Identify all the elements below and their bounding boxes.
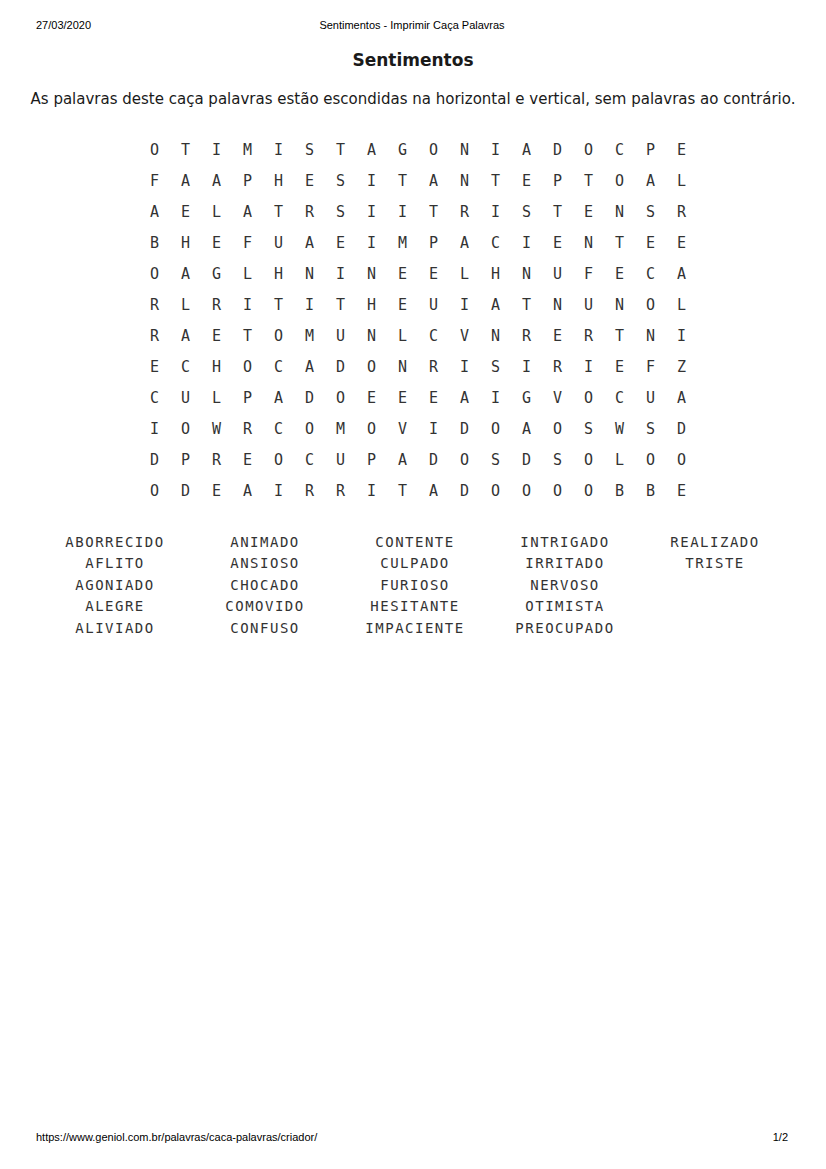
grid-cell-r9c17: U bbox=[635, 382, 666, 413]
word-list-item: CHOCADO bbox=[190, 575, 340, 596]
grid-cell-r5c15: F bbox=[573, 258, 604, 289]
word-list-item: ALEGRE bbox=[40, 596, 190, 617]
grid-cell-r3c15: E bbox=[573, 196, 604, 227]
grid-cell-r1c8: A bbox=[356, 134, 387, 165]
grid-cell-r1c6: S bbox=[294, 134, 325, 165]
grid-cell-r6c13: T bbox=[511, 289, 542, 320]
puzzle-instructions: As palavras deste caça palavras estão es… bbox=[0, 90, 826, 108]
grid-cell-r6c1: R bbox=[139, 289, 170, 320]
grid-cell-r12c7: R bbox=[325, 475, 356, 506]
grid-cell-r10c14: O bbox=[542, 413, 573, 444]
grid-cell-r1c2: T bbox=[170, 134, 201, 165]
grid-cell-r10c10: I bbox=[418, 413, 449, 444]
grid-cell-r10c9: V bbox=[387, 413, 418, 444]
grid-cell-r8c14: R bbox=[542, 351, 573, 382]
word-list-item: CONTENTE bbox=[340, 532, 490, 553]
grid-cell-r8c5: C bbox=[263, 351, 294, 382]
grid-cell-r12c10: A bbox=[418, 475, 449, 506]
grid-cell-r8c1: E bbox=[139, 351, 170, 382]
grid-cell-r3c4: A bbox=[232, 196, 263, 227]
grid-cell-r2c7: S bbox=[325, 165, 356, 196]
grid-cell-r2c1: F bbox=[139, 165, 170, 196]
grid-cell-r11c7: U bbox=[325, 444, 356, 475]
grid-cell-r3c7: S bbox=[325, 196, 356, 227]
grid-cell-r5c5: H bbox=[263, 258, 294, 289]
puzzle-title: Sentimentos bbox=[0, 50, 826, 70]
grid-cell-r12c18: E bbox=[666, 475, 697, 506]
grid-cell-r11c8: P bbox=[356, 444, 387, 475]
grid-cell-r10c13: A bbox=[511, 413, 542, 444]
grid-cell-r4c5: U bbox=[263, 227, 294, 258]
word-list-item: PREOCUPADO bbox=[490, 618, 640, 639]
grid-cell-r4c9: M bbox=[387, 227, 418, 258]
grid-cell-r4c7: E bbox=[325, 227, 356, 258]
grid-cell-r2c11: N bbox=[449, 165, 480, 196]
grid-cell-r5c17: C bbox=[635, 258, 666, 289]
grid-cell-r8c12: S bbox=[480, 351, 511, 382]
word-list-item: ALIVIADO bbox=[40, 618, 190, 639]
grid-cell-r2c16: O bbox=[604, 165, 635, 196]
grid-cell-r10c8: O bbox=[356, 413, 387, 444]
grid-cell-r6c12: A bbox=[480, 289, 511, 320]
grid-cell-r2c5: H bbox=[263, 165, 294, 196]
grid-cell-r1c12: I bbox=[480, 134, 511, 165]
grid-cell-r1c5: I bbox=[263, 134, 294, 165]
grid-cell-r4c17: E bbox=[635, 227, 666, 258]
grid-cell-r2c6: E bbox=[294, 165, 325, 196]
grid-cell-r11c11: O bbox=[449, 444, 480, 475]
grid-cell-r11c6: C bbox=[294, 444, 325, 475]
grid-cell-r10c3: W bbox=[201, 413, 232, 444]
grid-cell-r6c17: O bbox=[635, 289, 666, 320]
grid-cell-r9c15: O bbox=[573, 382, 604, 413]
grid-cell-r1c3: I bbox=[201, 134, 232, 165]
grid-cell-r12c12: O bbox=[480, 475, 511, 506]
grid-cell-r2c3: A bbox=[201, 165, 232, 196]
grid-cell-r7c9: L bbox=[387, 320, 418, 351]
grid-cell-r11c3: R bbox=[201, 444, 232, 475]
grid-cell-r11c17: O bbox=[635, 444, 666, 475]
grid-cell-r11c13: D bbox=[511, 444, 542, 475]
grid-cell-r11c10: D bbox=[418, 444, 449, 475]
grid-cell-r8c11: I bbox=[449, 351, 480, 382]
grid-cell-r5c6: N bbox=[294, 258, 325, 289]
grid-cell-r5c10: E bbox=[418, 258, 449, 289]
word-list-item: CULPADO bbox=[340, 553, 490, 574]
grid-cell-r7c12: N bbox=[480, 320, 511, 351]
grid-cell-r9c12: I bbox=[480, 382, 511, 413]
grid-cell-r10c4: R bbox=[232, 413, 263, 444]
grid-cell-r4c14: E bbox=[542, 227, 573, 258]
grid-cell-r12c1: O bbox=[139, 475, 170, 506]
grid-cell-r3c6: R bbox=[294, 196, 325, 227]
grid-cell-r3c1: A bbox=[139, 196, 170, 227]
word-list-item: AFLITO bbox=[40, 553, 190, 574]
grid-cell-r7c4: T bbox=[232, 320, 263, 351]
grid-cell-r4c4: F bbox=[232, 227, 263, 258]
grid-cell-r6c4: I bbox=[232, 289, 263, 320]
grid-cell-r11c4: E bbox=[232, 444, 263, 475]
grid-cell-r10c15: S bbox=[573, 413, 604, 444]
grid-cell-r12c8: I bbox=[356, 475, 387, 506]
grid-cell-r11c5: O bbox=[263, 444, 294, 475]
grid-cell-r11c14: S bbox=[542, 444, 573, 475]
grid-cell-r2c14: P bbox=[542, 165, 573, 196]
grid-cell-r1c15: O bbox=[573, 134, 604, 165]
grid-cell-r10c17: S bbox=[635, 413, 666, 444]
grid-cell-r10c7: M bbox=[325, 413, 356, 444]
grid-cell-r11c18: O bbox=[666, 444, 697, 475]
grid-cell-r4c16: T bbox=[604, 227, 635, 258]
grid-cell-r12c17: B bbox=[635, 475, 666, 506]
grid-cell-r3c3: L bbox=[201, 196, 232, 227]
grid-cell-r8c10: R bbox=[418, 351, 449, 382]
grid-cell-r10c12: O bbox=[480, 413, 511, 444]
grid-cell-r1c4: M bbox=[232, 134, 263, 165]
grid-cell-r6c6: I bbox=[294, 289, 325, 320]
grid-cell-r3c14: T bbox=[542, 196, 573, 227]
word-list-column-2: ANIMADOANSIOSOCHOCADOCOMOVIDOCONFUSO bbox=[190, 532, 340, 639]
grid-cell-r6c16: N bbox=[604, 289, 635, 320]
grid-cell-r9c1: C bbox=[139, 382, 170, 413]
grid-cell-r9c3: L bbox=[201, 382, 232, 413]
word-list-item: COMOVIDO bbox=[190, 596, 340, 617]
word-list-column-3: CONTENTECULPADOFURIOSOHESITANTEIMPACIENT… bbox=[340, 532, 490, 639]
grid-cell-r4c11: A bbox=[449, 227, 480, 258]
grid-cell-r3c18: R bbox=[666, 196, 697, 227]
grid-cell-r3c10: T bbox=[418, 196, 449, 227]
word-list-column-4: INTRIGADOIRRITADONERVOSOOTIMISTAPREOCUPA… bbox=[490, 532, 640, 639]
grid-cell-r9c2: U bbox=[170, 382, 201, 413]
grid-cell-r8c9: N bbox=[387, 351, 418, 382]
grid-cell-r2c15: T bbox=[573, 165, 604, 196]
word-list-item: OTIMISTA bbox=[490, 596, 640, 617]
grid-cell-r3c11: R bbox=[449, 196, 480, 227]
word-list-item: REALIZADO bbox=[640, 532, 790, 553]
grid-cell-r10c16: W bbox=[604, 413, 635, 444]
grid-cell-r6c3: R bbox=[201, 289, 232, 320]
grid-cell-r6c11: I bbox=[449, 289, 480, 320]
grid-cell-r10c5: C bbox=[263, 413, 294, 444]
grid-cell-r1c18: E bbox=[666, 134, 697, 165]
grid-cell-r9c16: C bbox=[604, 382, 635, 413]
grid-cell-r7c2: A bbox=[170, 320, 201, 351]
grid-cell-r1c13: A bbox=[511, 134, 542, 165]
grid-cell-r2c4: P bbox=[232, 165, 263, 196]
grid-cell-r1c17: P bbox=[635, 134, 666, 165]
page-indicator: 1/2 bbox=[773, 1131, 788, 1145]
grid-cell-r6c10: U bbox=[418, 289, 449, 320]
grid-cell-r8c15: I bbox=[573, 351, 604, 382]
grid-cell-r8c3: H bbox=[201, 351, 232, 382]
grid-cell-r8c8: O bbox=[356, 351, 387, 382]
grid-cell-r6c18: L bbox=[666, 289, 697, 320]
grid-cell-r7c18: I bbox=[666, 320, 697, 351]
grid-cell-r5c3: G bbox=[201, 258, 232, 289]
grid-cell-r1c16: C bbox=[604, 134, 635, 165]
grid-cell-r3c5: T bbox=[263, 196, 294, 227]
grid-cell-r11c1: D bbox=[139, 444, 170, 475]
grid-cell-r5c2: A bbox=[170, 258, 201, 289]
grid-cell-r2c12: T bbox=[480, 165, 511, 196]
grid-cell-r6c8: H bbox=[356, 289, 387, 320]
grid-cell-r7c3: E bbox=[201, 320, 232, 351]
print-doc-title: Sentimentos - Imprimir Caça Palavras bbox=[36, 19, 788, 31]
grid-cell-r12c6: R bbox=[294, 475, 325, 506]
grid-cell-r8c13: I bbox=[511, 351, 542, 382]
grid-cell-r8c17: F bbox=[635, 351, 666, 382]
grid-cell-r10c1: I bbox=[139, 413, 170, 444]
word-list-item: ABORRECIDO bbox=[40, 532, 190, 553]
grid-cell-r5c9: E bbox=[387, 258, 418, 289]
grid-cell-r11c16: L bbox=[604, 444, 635, 475]
grid-cell-r8c4: O bbox=[232, 351, 263, 382]
grid-cell-r5c14: U bbox=[542, 258, 573, 289]
grid-cell-r9c5: A bbox=[263, 382, 294, 413]
grid-cell-r5c12: H bbox=[480, 258, 511, 289]
grid-cell-r7c10: C bbox=[418, 320, 449, 351]
grid-cell-r11c2: P bbox=[170, 444, 201, 475]
grid-cell-r8c7: D bbox=[325, 351, 356, 382]
grid-cell-r7c5: O bbox=[263, 320, 294, 351]
grid-cell-r11c15: O bbox=[573, 444, 604, 475]
grid-cell-r9c13: G bbox=[511, 382, 542, 413]
grid-cell-r4c8: I bbox=[356, 227, 387, 258]
grid-cell-r5c8: N bbox=[356, 258, 387, 289]
grid-cell-r2c9: T bbox=[387, 165, 418, 196]
word-list-item: INTRIGADO bbox=[490, 532, 640, 553]
word-list-item: FURIOSO bbox=[340, 575, 490, 596]
grid-cell-r6c2: L bbox=[170, 289, 201, 320]
grid-cell-r5c16: E bbox=[604, 258, 635, 289]
word-list-item: IMPACIENTE bbox=[340, 618, 490, 639]
word-list: ABORRECIDOAFLITOAGONIADOALEGREALIVIADOAN… bbox=[40, 532, 790, 639]
grid-cell-r10c11: D bbox=[449, 413, 480, 444]
grid-cell-r3c9: I bbox=[387, 196, 418, 227]
grid-cell-r2c13: E bbox=[511, 165, 542, 196]
grid-cell-r9c6: D bbox=[294, 382, 325, 413]
grid-cell-r6c7: T bbox=[325, 289, 356, 320]
grid-cell-r5c1: O bbox=[139, 258, 170, 289]
grid-cell-r7c14: E bbox=[542, 320, 573, 351]
grid-cell-r7c17: N bbox=[635, 320, 666, 351]
grid-cell-r2c10: A bbox=[418, 165, 449, 196]
grid-cell-r5c18: A bbox=[666, 258, 697, 289]
grid-cell-r8c18: Z bbox=[666, 351, 697, 382]
grid-cell-r12c3: E bbox=[201, 475, 232, 506]
grid-cell-r6c15: U bbox=[573, 289, 604, 320]
grid-cell-r3c8: I bbox=[356, 196, 387, 227]
grid-cell-r4c18: E bbox=[666, 227, 697, 258]
grid-cell-r9c8: E bbox=[356, 382, 387, 413]
grid-cell-r12c2: D bbox=[170, 475, 201, 506]
grid-cell-r4c15: N bbox=[573, 227, 604, 258]
grid-cell-r10c2: O bbox=[170, 413, 201, 444]
grid-cell-r4c12: C bbox=[480, 227, 511, 258]
grid-cell-r12c4: A bbox=[232, 475, 263, 506]
grid-cell-r9c7: O bbox=[325, 382, 356, 413]
grid-cell-r1c1: O bbox=[139, 134, 170, 165]
grid-cell-r4c10: P bbox=[418, 227, 449, 258]
grid-cell-r4c13: I bbox=[511, 227, 542, 258]
grid-cell-r12c16: B bbox=[604, 475, 635, 506]
grid-cell-r9c9: E bbox=[387, 382, 418, 413]
word-list-item: AGONIADO bbox=[40, 575, 190, 596]
grid-cell-r2c18: L bbox=[666, 165, 697, 196]
grid-cell-r3c12: I bbox=[480, 196, 511, 227]
grid-cell-r6c9: E bbox=[387, 289, 418, 320]
grid-cell-r3c2: E bbox=[170, 196, 201, 227]
grid-cell-r7c11: V bbox=[449, 320, 480, 351]
word-list-item: TRISTE bbox=[640, 553, 790, 574]
grid-cell-r4c2: H bbox=[170, 227, 201, 258]
grid-cell-r8c16: E bbox=[604, 351, 635, 382]
grid-cell-r5c4: L bbox=[232, 258, 263, 289]
grid-cell-r4c1: B bbox=[139, 227, 170, 258]
grid-cell-r1c7: T bbox=[325, 134, 356, 165]
grid-cell-r9c11: A bbox=[449, 382, 480, 413]
word-list-item: ANSIOSO bbox=[190, 553, 340, 574]
word-list-column-1: ABORRECIDOAFLITOAGONIADOALEGREALIVIADO bbox=[40, 532, 190, 639]
grid-cell-r10c6: O bbox=[294, 413, 325, 444]
grid-cell-r7c16: T bbox=[604, 320, 635, 351]
grid-cell-r12c14: O bbox=[542, 475, 573, 506]
grid-cell-r12c15: O bbox=[573, 475, 604, 506]
grid-cell-r3c13: S bbox=[511, 196, 542, 227]
grid-cell-r2c17: A bbox=[635, 165, 666, 196]
grid-cell-r7c7: U bbox=[325, 320, 356, 351]
word-list-item: IRRITADO bbox=[490, 553, 640, 574]
grid-cell-r5c7: I bbox=[325, 258, 356, 289]
source-url: https://www.geniol.com.br/palavras/caca-… bbox=[36, 1131, 317, 1145]
grid-cell-r7c13: R bbox=[511, 320, 542, 351]
grid-cell-r12c5: I bbox=[263, 475, 294, 506]
grid-cell-r7c15: R bbox=[573, 320, 604, 351]
grid-cell-r7c1: R bbox=[139, 320, 170, 351]
word-list-column-5: REALIZADOTRISTE bbox=[640, 532, 790, 575]
grid-cell-r1c10: O bbox=[418, 134, 449, 165]
grid-cell-r1c9: G bbox=[387, 134, 418, 165]
grid-cell-r9c14: V bbox=[542, 382, 573, 413]
word-list-item: ANIMADO bbox=[190, 532, 340, 553]
grid-cell-r7c6: M bbox=[294, 320, 325, 351]
grid-cell-r11c12: S bbox=[480, 444, 511, 475]
word-list-item: NERVOSO bbox=[490, 575, 640, 596]
grid-cell-r5c13: N bbox=[511, 258, 542, 289]
grid-cell-r3c16: N bbox=[604, 196, 635, 227]
grid-cell-r8c2: C bbox=[170, 351, 201, 382]
grid-cell-r7c8: N bbox=[356, 320, 387, 351]
grid-cell-r2c2: A bbox=[170, 165, 201, 196]
grid-cell-r9c18: A bbox=[666, 382, 697, 413]
grid-cell-r8c6: A bbox=[294, 351, 325, 382]
grid-cell-r9c4: P bbox=[232, 382, 263, 413]
grid-cell-r5c11: L bbox=[449, 258, 480, 289]
grid-cell-r6c5: T bbox=[263, 289, 294, 320]
print-footer: https://www.geniol.com.br/palavras/caca-… bbox=[36, 1131, 788, 1145]
grid-cell-r12c11: D bbox=[449, 475, 480, 506]
grid-cell-r10c18: D bbox=[666, 413, 697, 444]
word-list-item: HESITANTE bbox=[340, 596, 490, 617]
grid-cell-r11c9: A bbox=[387, 444, 418, 475]
grid-cell-r4c6: A bbox=[294, 227, 325, 258]
word-list-item: CONFUSO bbox=[190, 618, 340, 639]
word-search-grid: OTIMISTAGONIADOCPEFAAPHESITANTEPTOALAELA… bbox=[139, 134, 697, 506]
grid-cell-r9c10: E bbox=[418, 382, 449, 413]
grid-cell-r1c11: N bbox=[449, 134, 480, 165]
grid-cell-r2c8: I bbox=[356, 165, 387, 196]
grid-cell-r3c17: S bbox=[635, 196, 666, 227]
grid-cell-r6c14: N bbox=[542, 289, 573, 320]
print-header: 27/03/2020 Sentimentos - Imprimir Caça P… bbox=[36, 19, 788, 33]
grid-cell-r4c3: E bbox=[201, 227, 232, 258]
grid-cell-r12c9: T bbox=[387, 475, 418, 506]
grid-cell-r12c13: O bbox=[511, 475, 542, 506]
grid-cell-r1c14: D bbox=[542, 134, 573, 165]
